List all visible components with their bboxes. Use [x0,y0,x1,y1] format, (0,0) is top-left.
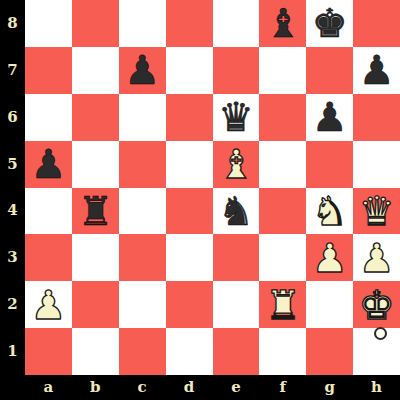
square-d8[interactable] [166,0,213,47]
square-d6[interactable] [166,94,213,141]
chess-diagram: 87654321 ♝♚♟♟♛♟♟♝♜♞♞♛♟♟♟♜♚ abcdefgh [0,0,400,400]
rank-label-6: 6 [0,94,25,141]
rank-labels: 87654321 [0,0,25,375]
black-pawn[interactable]: ♟ [31,141,67,187]
square-h5[interactable] [353,141,400,188]
white-pawn[interactable]: ♟ [359,235,395,281]
square-h2[interactable]: ♚ [353,281,400,328]
file-label-c: c [119,375,166,400]
square-a8[interactable] [25,0,72,47]
square-d5[interactable] [166,141,213,188]
square-b4[interactable]: ♜ [72,188,119,235]
square-b3[interactable] [72,234,119,281]
square-b2[interactable] [72,281,119,328]
file-label-b: b [72,375,119,400]
white-rook[interactable]: ♜ [265,282,301,328]
black-queen[interactable]: ♛ [218,94,254,140]
square-f7[interactable] [259,47,306,94]
rank-label-8: 8 [0,0,25,47]
square-e5[interactable]: ♝ [213,141,260,188]
square-g5[interactable] [306,141,353,188]
square-e4[interactable]: ♞ [213,188,260,235]
file-label-a: a [25,375,72,400]
square-e1[interactable] [213,328,260,375]
white-to-move-indicator [374,327,387,340]
square-c8[interactable] [119,0,166,47]
square-c1[interactable] [119,328,166,375]
square-c7[interactable]: ♟ [119,47,166,94]
square-g1[interactable] [306,328,353,375]
square-a6[interactable] [25,94,72,141]
file-labels: abcdefgh [25,375,400,400]
file-label-d: d [166,375,213,400]
square-g8[interactable]: ♚ [306,0,353,47]
white-pawn[interactable]: ♟ [312,235,348,281]
square-b6[interactable] [72,94,119,141]
square-h6[interactable] [353,94,400,141]
square-d1[interactable] [166,328,213,375]
black-pawn[interactable]: ♟ [312,94,348,140]
square-d2[interactable] [166,281,213,328]
square-h3[interactable]: ♟ [353,234,400,281]
square-a7[interactable] [25,47,72,94]
rank-label-1: 1 [0,328,25,375]
white-knight[interactable]: ♞ [312,188,348,234]
square-f4[interactable] [259,188,306,235]
square-c3[interactable] [119,234,166,281]
rank-label-2: 2 [0,281,25,328]
square-e2[interactable] [213,281,260,328]
file-label-e: e [213,375,260,400]
square-g4[interactable]: ♞ [306,188,353,235]
square-e3[interactable] [213,234,260,281]
square-f5[interactable] [259,141,306,188]
square-f6[interactable] [259,94,306,141]
black-bishop[interactable]: ♝ [265,0,301,46]
square-h8[interactable] [353,0,400,47]
white-queen[interactable]: ♛ [359,188,395,234]
rank-label-5: 5 [0,141,25,188]
square-b5[interactable] [72,141,119,188]
square-e7[interactable] [213,47,260,94]
square-a4[interactable] [25,188,72,235]
file-label-g: g [306,375,353,400]
file-label-f: f [259,375,306,400]
square-d3[interactable] [166,234,213,281]
square-b1[interactable] [72,328,119,375]
square-h4[interactable]: ♛ [353,188,400,235]
rank-label-7: 7 [0,47,25,94]
square-c6[interactable] [119,94,166,141]
black-rook[interactable]: ♜ [77,188,113,234]
square-a2[interactable]: ♟ [25,281,72,328]
square-c4[interactable] [119,188,166,235]
square-e8[interactable] [213,0,260,47]
square-g2[interactable] [306,281,353,328]
white-bishop[interactable]: ♝ [218,141,254,187]
square-d7[interactable] [166,47,213,94]
square-g3[interactable]: ♟ [306,234,353,281]
square-b8[interactable] [72,0,119,47]
square-a3[interactable] [25,234,72,281]
square-c2[interactable] [119,281,166,328]
square-a5[interactable]: ♟ [25,141,72,188]
rank-label-4: 4 [0,188,25,235]
square-a1[interactable] [25,328,72,375]
square-h7[interactable]: ♟ [353,47,400,94]
square-g7[interactable] [306,47,353,94]
white-king[interactable]: ♚ [359,282,395,328]
chess-board: ♝♚♟♟♛♟♟♝♜♞♞♛♟♟♟♜♚ [25,0,400,375]
black-knight[interactable]: ♞ [218,188,254,234]
square-b7[interactable] [72,47,119,94]
white-pawn[interactable]: ♟ [31,282,67,328]
rank-label-3: 3 [0,234,25,281]
file-label-h: h [353,375,400,400]
square-d4[interactable] [166,188,213,235]
square-e6[interactable]: ♛ [213,94,260,141]
square-g6[interactable]: ♟ [306,94,353,141]
square-f1[interactable] [259,328,306,375]
black-pawn[interactable]: ♟ [124,47,160,93]
black-pawn[interactable]: ♟ [359,47,395,93]
square-f3[interactable] [259,234,306,281]
square-f8[interactable]: ♝ [259,0,306,47]
black-king[interactable]: ♚ [312,0,348,46]
square-f2[interactable]: ♜ [259,281,306,328]
square-c5[interactable] [119,141,166,188]
